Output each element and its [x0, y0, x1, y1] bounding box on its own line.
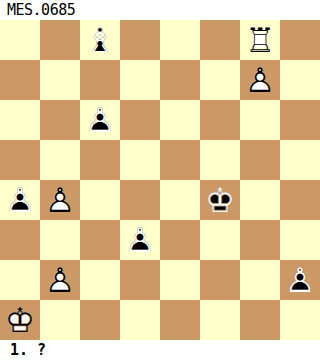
square-g7[interactable]: ♟♙ — [240, 60, 280, 100]
square-f7[interactable] — [200, 60, 240, 100]
square-c5[interactable] — [80, 140, 120, 180]
piece-black-pawn-c6[interactable]: ♟♙ — [80, 100, 120, 140]
piece-white-pawn-b2[interactable]: ♟♙ — [40, 260, 80, 300]
square-f8[interactable] — [200, 20, 240, 60]
piece-black-pawn-a4[interactable]: ♟♙ — [0, 180, 40, 220]
square-f4[interactable]: ♚♔ — [200, 180, 240, 220]
square-f6[interactable] — [200, 100, 240, 140]
piece-white-rook-g8[interactable]: ♜♖ — [240, 20, 280, 60]
square-d7[interactable] — [120, 60, 160, 100]
chess-board: ♝♗♜♖♟♙♟♙♟♙♟♙♚♔♟♙♟♙♟♙♚♔ — [0, 20, 320, 340]
black-pawn-outline-glyph: ♙ — [80, 100, 120, 140]
square-g5[interactable] — [240, 140, 280, 180]
square-d1[interactable] — [120, 300, 160, 340]
white-pawn-outline-glyph: ♙ — [40, 180, 80, 220]
square-f2[interactable] — [200, 260, 240, 300]
square-c8[interactable]: ♝♗ — [80, 20, 120, 60]
square-a7[interactable] — [0, 60, 40, 100]
square-c4[interactable] — [80, 180, 120, 220]
square-a3[interactable] — [0, 220, 40, 260]
square-e3[interactable] — [160, 220, 200, 260]
square-e5[interactable] — [160, 140, 200, 180]
white-pawn-outline-glyph: ♙ — [240, 60, 280, 100]
square-f1[interactable] — [200, 300, 240, 340]
square-e4[interactable] — [160, 180, 200, 220]
square-e2[interactable] — [160, 260, 200, 300]
square-e7[interactable] — [160, 60, 200, 100]
black-pawn-outline-glyph: ♙ — [120, 220, 160, 260]
square-h1[interactable] — [280, 300, 320, 340]
square-c2[interactable] — [80, 260, 120, 300]
piece-white-king-a1[interactable]: ♚♔ — [0, 300, 40, 340]
piece-black-bishop-c8[interactable]: ♝♗ — [80, 20, 120, 60]
piece-black-pawn-d3[interactable]: ♟♙ — [120, 220, 160, 260]
square-a8[interactable] — [0, 20, 40, 60]
square-b5[interactable] — [40, 140, 80, 180]
square-b7[interactable] — [40, 60, 80, 100]
square-g6[interactable] — [240, 100, 280, 140]
square-h8[interactable] — [280, 20, 320, 60]
square-f3[interactable] — [200, 220, 240, 260]
square-a5[interactable] — [0, 140, 40, 180]
square-h6[interactable] — [280, 100, 320, 140]
square-c7[interactable] — [80, 60, 120, 100]
square-h4[interactable] — [280, 180, 320, 220]
square-d3[interactable]: ♟♙ — [120, 220, 160, 260]
square-g4[interactable] — [240, 180, 280, 220]
piece-black-pawn-h2[interactable]: ♟♙ — [280, 260, 320, 300]
square-c6[interactable]: ♟♙ — [80, 100, 120, 140]
square-a6[interactable] — [0, 100, 40, 140]
square-b1[interactable] — [40, 300, 80, 340]
square-h2[interactable]: ♟♙ — [280, 260, 320, 300]
piece-white-pawn-g7[interactable]: ♟♙ — [240, 60, 280, 100]
square-b6[interactable] — [40, 100, 80, 140]
black-bishop-outline-glyph: ♗ — [80, 20, 120, 60]
white-rook-outline-glyph: ♖ — [240, 20, 280, 60]
square-a1[interactable]: ♚♔ — [0, 300, 40, 340]
square-c3[interactable] — [80, 220, 120, 260]
square-f5[interactable] — [200, 140, 240, 180]
white-pawn-outline-glyph: ♙ — [40, 260, 80, 300]
square-c1[interactable] — [80, 300, 120, 340]
square-b3[interactable] — [40, 220, 80, 260]
piece-white-pawn-b4[interactable]: ♟♙ — [40, 180, 80, 220]
square-d4[interactable] — [120, 180, 160, 220]
square-d5[interactable] — [120, 140, 160, 180]
square-a2[interactable] — [0, 260, 40, 300]
black-pawn-outline-glyph: ♙ — [0, 180, 40, 220]
move-prompt: 1. ? — [0, 340, 320, 360]
square-h5[interactable] — [280, 140, 320, 180]
square-d6[interactable] — [120, 100, 160, 140]
white-king-outline-glyph: ♔ — [0, 300, 40, 340]
square-g2[interactable] — [240, 260, 280, 300]
square-h7[interactable] — [280, 60, 320, 100]
chess-puzzle-window: MES.0685 ♝♗♜♖♟♙♟♙♟♙♟♙♚♔♟♙♟♙♟♙♚♔ 1. ? — [0, 0, 320, 360]
square-a4[interactable]: ♟♙ — [0, 180, 40, 220]
square-h3[interactable] — [280, 220, 320, 260]
square-g3[interactable] — [240, 220, 280, 260]
puzzle-id: MES.0685 — [0, 0, 320, 20]
square-b8[interactable] — [40, 20, 80, 60]
square-e6[interactable] — [160, 100, 200, 140]
square-d2[interactable] — [120, 260, 160, 300]
square-b2[interactable]: ♟♙ — [40, 260, 80, 300]
square-d8[interactable] — [120, 20, 160, 60]
square-e1[interactable] — [160, 300, 200, 340]
square-e8[interactable] — [160, 20, 200, 60]
black-pawn-outline-glyph: ♙ — [280, 260, 320, 300]
square-g1[interactable] — [240, 300, 280, 340]
black-king-outline-glyph: ♔ — [200, 180, 240, 220]
piece-black-king-f4[interactable]: ♚♔ — [200, 180, 240, 220]
square-b4[interactable]: ♟♙ — [40, 180, 80, 220]
square-g8[interactable]: ♜♖ — [240, 20, 280, 60]
